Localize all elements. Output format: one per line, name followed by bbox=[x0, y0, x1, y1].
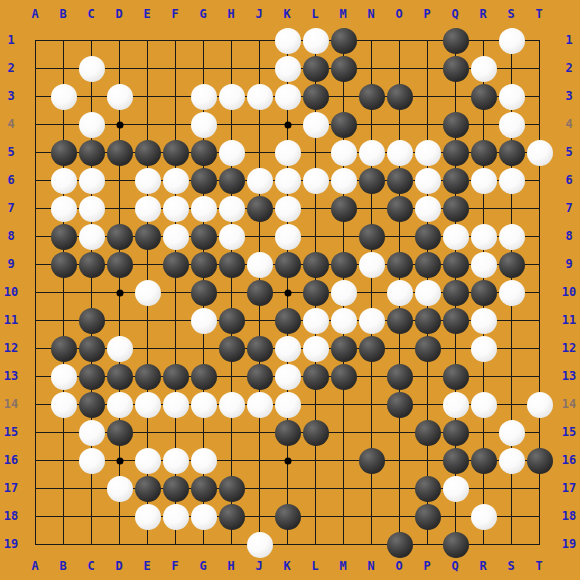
black-stone[interactable] bbox=[275, 308, 301, 334]
white-stone[interactable] bbox=[79, 112, 105, 138]
row-label-right: 8 bbox=[565, 230, 572, 242]
white-stone[interactable] bbox=[275, 140, 301, 166]
row-label-left: 17 bbox=[4, 482, 18, 494]
white-stone[interactable] bbox=[163, 448, 189, 474]
white-stone[interactable] bbox=[359, 140, 385, 166]
row-label-left: 6 bbox=[7, 174, 14, 186]
star-point bbox=[116, 289, 123, 296]
white-stone[interactable] bbox=[163, 224, 189, 250]
black-stone[interactable] bbox=[191, 168, 217, 194]
white-stone[interactable] bbox=[471, 56, 497, 82]
black-stone[interactable] bbox=[163, 140, 189, 166]
black-stone[interactable] bbox=[387, 308, 413, 334]
white-stone[interactable] bbox=[359, 252, 385, 278]
black-stone[interactable] bbox=[191, 364, 217, 390]
col-label-bottom: J bbox=[255, 560, 262, 572]
col-label-bottom: D bbox=[115, 560, 122, 572]
col-label-top: A bbox=[31, 8, 38, 20]
black-stone[interactable] bbox=[191, 140, 217, 166]
row-label-left: 10 bbox=[4, 286, 18, 298]
black-stone[interactable] bbox=[443, 168, 469, 194]
white-stone[interactable] bbox=[191, 308, 217, 334]
black-stone[interactable] bbox=[387, 252, 413, 278]
row-label-right: 11 bbox=[562, 314, 576, 326]
row-label-right: 12 bbox=[562, 342, 576, 354]
white-stone[interactable] bbox=[51, 84, 77, 110]
black-stone[interactable] bbox=[471, 448, 497, 474]
row-label-right: 1 bbox=[565, 34, 572, 46]
black-stone[interactable] bbox=[387, 392, 413, 418]
black-stone[interactable] bbox=[499, 252, 525, 278]
white-stone[interactable] bbox=[471, 504, 497, 530]
white-stone[interactable] bbox=[275, 84, 301, 110]
white-stone[interactable] bbox=[107, 336, 133, 362]
col-label-bottom: P bbox=[423, 560, 430, 572]
col-label-top: F bbox=[171, 8, 178, 20]
black-stone[interactable] bbox=[135, 224, 161, 250]
col-label-top: G bbox=[199, 8, 206, 20]
black-stone[interactable] bbox=[443, 112, 469, 138]
white-stone[interactable] bbox=[135, 196, 161, 222]
black-stone[interactable] bbox=[275, 504, 301, 530]
white-stone[interactable] bbox=[79, 196, 105, 222]
white-stone[interactable] bbox=[275, 196, 301, 222]
black-stone[interactable] bbox=[359, 336, 385, 362]
row-label-left: 4 bbox=[7, 118, 14, 130]
black-stone[interactable] bbox=[247, 364, 273, 390]
black-stone[interactable] bbox=[79, 336, 105, 362]
black-stone[interactable] bbox=[443, 252, 469, 278]
col-label-top: Q bbox=[451, 8, 458, 20]
black-stone[interactable] bbox=[107, 140, 133, 166]
white-stone[interactable] bbox=[79, 56, 105, 82]
white-stone[interactable] bbox=[275, 224, 301, 250]
row-label-right: 10 bbox=[562, 286, 576, 298]
white-stone[interactable] bbox=[51, 168, 77, 194]
white-stone[interactable] bbox=[443, 476, 469, 502]
black-stone[interactable] bbox=[359, 448, 385, 474]
white-stone[interactable] bbox=[331, 168, 357, 194]
white-stone[interactable] bbox=[247, 168, 273, 194]
col-label-bottom: B bbox=[59, 560, 66, 572]
black-stone[interactable] bbox=[443, 364, 469, 390]
black-stone[interactable] bbox=[219, 168, 245, 194]
black-stone[interactable] bbox=[415, 252, 441, 278]
white-stone[interactable] bbox=[471, 224, 497, 250]
white-stone[interactable] bbox=[499, 112, 525, 138]
star-point bbox=[116, 121, 123, 128]
row-label-left: 2 bbox=[7, 62, 14, 74]
white-stone[interactable] bbox=[499, 168, 525, 194]
black-stone[interactable] bbox=[219, 336, 245, 362]
col-label-top: L bbox=[311, 8, 318, 20]
col-label-top: R bbox=[479, 8, 486, 20]
black-stone[interactable] bbox=[107, 252, 133, 278]
star-point bbox=[116, 457, 123, 464]
white-stone[interactable] bbox=[359, 308, 385, 334]
row-label-left: 15 bbox=[4, 426, 18, 438]
col-label-bottom: M bbox=[339, 560, 346, 572]
black-stone[interactable] bbox=[471, 140, 497, 166]
black-stone[interactable] bbox=[191, 224, 217, 250]
col-label-bottom: S bbox=[507, 560, 514, 572]
row-label-right: 13 bbox=[562, 370, 576, 382]
black-stone[interactable] bbox=[471, 84, 497, 110]
black-stone[interactable] bbox=[527, 448, 553, 474]
black-stone[interactable] bbox=[443, 448, 469, 474]
black-stone[interactable] bbox=[387, 364, 413, 390]
black-stone[interactable] bbox=[79, 308, 105, 334]
black-stone[interactable] bbox=[163, 476, 189, 502]
white-stone[interactable] bbox=[163, 504, 189, 530]
white-stone[interactable] bbox=[415, 280, 441, 306]
black-stone[interactable] bbox=[331, 252, 357, 278]
star-point bbox=[284, 121, 291, 128]
black-stone[interactable] bbox=[79, 252, 105, 278]
white-stone[interactable] bbox=[51, 364, 77, 390]
white-stone[interactable] bbox=[191, 448, 217, 474]
col-label-bottom: C bbox=[87, 560, 94, 572]
col-label-top: O bbox=[395, 8, 402, 20]
black-stone[interactable] bbox=[51, 252, 77, 278]
col-label-bottom: E bbox=[143, 560, 150, 572]
black-stone[interactable] bbox=[331, 56, 357, 82]
star-point bbox=[284, 457, 291, 464]
col-label-top: K bbox=[283, 8, 290, 20]
black-stone[interactable] bbox=[359, 84, 385, 110]
col-label-top: P bbox=[423, 8, 430, 20]
black-stone[interactable] bbox=[331, 28, 357, 54]
white-stone[interactable] bbox=[79, 168, 105, 194]
col-label-bottom: H bbox=[227, 560, 234, 572]
go-board[interactable]: AABBCCDDEEFFGGHHJJKKLLMMNNOOPPQQRRSSTT11… bbox=[0, 0, 580, 580]
white-stone[interactable] bbox=[191, 392, 217, 418]
black-stone[interactable] bbox=[51, 336, 77, 362]
black-stone[interactable] bbox=[247, 280, 273, 306]
white-stone[interactable] bbox=[163, 168, 189, 194]
col-label-top: C bbox=[87, 8, 94, 20]
col-label-bottom: R bbox=[479, 560, 486, 572]
white-stone[interactable] bbox=[387, 140, 413, 166]
col-label-bottom: A bbox=[31, 560, 38, 572]
black-stone[interactable] bbox=[443, 308, 469, 334]
row-label-right: 6 bbox=[565, 174, 572, 186]
white-stone[interactable] bbox=[51, 196, 77, 222]
white-stone[interactable] bbox=[247, 392, 273, 418]
black-stone[interactable] bbox=[443, 56, 469, 82]
col-label-bottom: T bbox=[535, 560, 542, 572]
col-label-top: T bbox=[535, 8, 542, 20]
black-stone[interactable] bbox=[415, 420, 441, 446]
black-stone[interactable] bbox=[275, 420, 301, 446]
row-label-left: 13 bbox=[4, 370, 18, 382]
black-stone[interactable] bbox=[247, 196, 273, 222]
black-stone[interactable] bbox=[191, 280, 217, 306]
white-stone[interactable] bbox=[471, 336, 497, 362]
black-stone[interactable] bbox=[415, 476, 441, 502]
black-stone[interactable] bbox=[303, 56, 329, 82]
col-label-bottom: Q bbox=[451, 560, 458, 572]
black-stone[interactable] bbox=[499, 140, 525, 166]
row-label-left: 8 bbox=[7, 230, 14, 242]
row-label-right: 16 bbox=[562, 454, 576, 466]
row-label-left: 5 bbox=[7, 146, 14, 158]
white-stone[interactable] bbox=[135, 504, 161, 530]
black-stone[interactable] bbox=[415, 308, 441, 334]
col-label-top: S bbox=[507, 8, 514, 20]
white-stone[interactable] bbox=[191, 504, 217, 530]
black-stone[interactable] bbox=[51, 140, 77, 166]
white-stone[interactable] bbox=[331, 308, 357, 334]
star-point bbox=[284, 289, 291, 296]
white-stone[interactable] bbox=[331, 140, 357, 166]
black-stone[interactable] bbox=[79, 140, 105, 166]
white-stone[interactable] bbox=[331, 280, 357, 306]
row-label-left: 14 bbox=[4, 398, 18, 410]
white-stone[interactable] bbox=[499, 28, 525, 54]
white-stone[interactable] bbox=[275, 56, 301, 82]
white-stone[interactable] bbox=[135, 448, 161, 474]
black-stone[interactable] bbox=[303, 420, 329, 446]
col-label-top: J bbox=[255, 8, 262, 20]
col-label-top: N bbox=[367, 8, 374, 20]
row-label-right: 3 bbox=[565, 90, 572, 102]
black-stone[interactable] bbox=[415, 224, 441, 250]
row-label-right: 9 bbox=[565, 258, 572, 270]
row-label-left: 11 bbox=[4, 314, 18, 326]
white-stone[interactable] bbox=[219, 224, 245, 250]
black-stone[interactable] bbox=[79, 364, 105, 390]
black-stone[interactable] bbox=[415, 336, 441, 362]
white-stone[interactable] bbox=[443, 224, 469, 250]
black-stone[interactable] bbox=[219, 308, 245, 334]
black-stone[interactable] bbox=[387, 84, 413, 110]
white-stone[interactable] bbox=[499, 280, 525, 306]
white-stone[interactable] bbox=[415, 196, 441, 222]
col-label-bottom: G bbox=[199, 560, 206, 572]
col-label-top: D bbox=[115, 8, 122, 20]
row-label-left: 19 bbox=[4, 538, 18, 550]
white-stone[interactable] bbox=[499, 224, 525, 250]
black-stone[interactable] bbox=[443, 196, 469, 222]
white-stone[interactable] bbox=[51, 392, 77, 418]
black-stone[interactable] bbox=[443, 420, 469, 446]
black-stone[interactable] bbox=[443, 532, 469, 558]
white-stone[interactable] bbox=[387, 280, 413, 306]
row-label-left: 1 bbox=[7, 34, 14, 46]
white-stone[interactable] bbox=[471, 392, 497, 418]
row-label-right: 17 bbox=[562, 482, 576, 494]
white-stone[interactable] bbox=[471, 168, 497, 194]
white-stone[interactable] bbox=[499, 448, 525, 474]
white-stone[interactable] bbox=[499, 420, 525, 446]
white-stone[interactable] bbox=[79, 448, 105, 474]
white-stone[interactable] bbox=[219, 196, 245, 222]
black-stone[interactable] bbox=[331, 336, 357, 362]
col-label-bottom: N bbox=[367, 560, 374, 572]
white-stone[interactable] bbox=[471, 252, 497, 278]
black-stone[interactable] bbox=[191, 252, 217, 278]
black-stone[interactable] bbox=[219, 476, 245, 502]
black-stone[interactable] bbox=[443, 140, 469, 166]
white-stone[interactable] bbox=[219, 392, 245, 418]
white-stone[interactable] bbox=[247, 84, 273, 110]
white-stone[interactable] bbox=[191, 84, 217, 110]
white-stone[interactable] bbox=[191, 196, 217, 222]
white-stone[interactable] bbox=[275, 28, 301, 54]
white-stone[interactable] bbox=[527, 392, 553, 418]
black-stone[interactable] bbox=[247, 336, 273, 362]
black-stone[interactable] bbox=[303, 84, 329, 110]
white-stone[interactable] bbox=[443, 392, 469, 418]
col-label-top: H bbox=[227, 8, 234, 20]
white-stone[interactable] bbox=[107, 84, 133, 110]
black-stone[interactable] bbox=[387, 168, 413, 194]
black-stone[interactable] bbox=[219, 504, 245, 530]
black-stone[interactable] bbox=[387, 196, 413, 222]
black-stone[interactable] bbox=[303, 364, 329, 390]
white-stone[interactable] bbox=[135, 392, 161, 418]
row-label-left: 7 bbox=[7, 202, 14, 214]
white-stone[interactable] bbox=[219, 140, 245, 166]
black-stone[interactable] bbox=[107, 420, 133, 446]
col-label-bottom: O bbox=[395, 560, 402, 572]
col-label-bottom: F bbox=[171, 560, 178, 572]
white-stone[interactable] bbox=[247, 252, 273, 278]
white-stone[interactable] bbox=[79, 224, 105, 250]
col-label-top: B bbox=[59, 8, 66, 20]
black-stone[interactable] bbox=[135, 140, 161, 166]
black-stone[interactable] bbox=[359, 224, 385, 250]
black-stone[interactable] bbox=[275, 252, 301, 278]
black-stone[interactable] bbox=[163, 252, 189, 278]
white-stone[interactable] bbox=[275, 168, 301, 194]
black-stone[interactable] bbox=[303, 280, 329, 306]
white-stone[interactable] bbox=[107, 476, 133, 502]
white-stone[interactable] bbox=[219, 84, 245, 110]
white-stone[interactable] bbox=[303, 336, 329, 362]
row-label-right: 19 bbox=[562, 538, 576, 550]
black-stone[interactable] bbox=[135, 476, 161, 502]
col-label-top: M bbox=[339, 8, 346, 20]
black-stone[interactable] bbox=[107, 364, 133, 390]
white-stone[interactable] bbox=[275, 336, 301, 362]
black-stone[interactable] bbox=[191, 476, 217, 502]
black-stone[interactable] bbox=[163, 364, 189, 390]
black-stone[interactable] bbox=[443, 280, 469, 306]
white-stone[interactable] bbox=[247, 532, 273, 558]
black-stone[interactable] bbox=[331, 112, 357, 138]
white-stone[interactable] bbox=[499, 84, 525, 110]
white-stone[interactable] bbox=[135, 168, 161, 194]
white-stone[interactable] bbox=[135, 280, 161, 306]
row-label-left: 3 bbox=[7, 90, 14, 102]
row-label-right: 2 bbox=[565, 62, 572, 74]
row-label-right: 5 bbox=[565, 146, 572, 158]
black-stone[interactable] bbox=[387, 532, 413, 558]
white-stone[interactable] bbox=[163, 392, 189, 418]
white-stone[interactable] bbox=[79, 420, 105, 446]
row-label-left: 12 bbox=[4, 342, 18, 354]
col-label-bottom: K bbox=[283, 560, 290, 572]
white-stone[interactable] bbox=[303, 28, 329, 54]
white-stone[interactable] bbox=[527, 140, 553, 166]
black-stone[interactable] bbox=[359, 168, 385, 194]
white-stone[interactable] bbox=[275, 364, 301, 390]
row-label-right: 7 bbox=[565, 202, 572, 214]
white-stone[interactable] bbox=[471, 308, 497, 334]
row-label-left: 16 bbox=[4, 454, 18, 466]
black-stone[interactable] bbox=[135, 364, 161, 390]
white-stone[interactable] bbox=[303, 168, 329, 194]
black-stone[interactable] bbox=[51, 224, 77, 250]
white-stone[interactable] bbox=[107, 392, 133, 418]
white-stone[interactable] bbox=[415, 168, 441, 194]
white-stone[interactable] bbox=[275, 392, 301, 418]
row-label-left: 9 bbox=[7, 258, 14, 270]
black-stone[interactable] bbox=[219, 252, 245, 278]
black-stone[interactable] bbox=[415, 504, 441, 530]
white-stone[interactable] bbox=[303, 112, 329, 138]
black-stone[interactable] bbox=[443, 28, 469, 54]
black-stone[interactable] bbox=[331, 196, 357, 222]
white-stone[interactable] bbox=[415, 140, 441, 166]
row-label-right: 14 bbox=[562, 398, 576, 410]
col-label-bottom: L bbox=[311, 560, 318, 572]
white-stone[interactable] bbox=[163, 196, 189, 222]
row-label-right: 4 bbox=[565, 118, 572, 130]
black-stone[interactable] bbox=[303, 252, 329, 278]
col-label-top: E bbox=[143, 8, 150, 20]
row-label-right: 18 bbox=[562, 510, 576, 522]
black-stone[interactable] bbox=[331, 364, 357, 390]
row-label-left: 18 bbox=[4, 510, 18, 522]
black-stone[interactable] bbox=[107, 224, 133, 250]
row-label-right: 15 bbox=[562, 426, 576, 438]
black-stone[interactable] bbox=[471, 280, 497, 306]
white-stone[interactable] bbox=[191, 112, 217, 138]
white-stone[interactable] bbox=[303, 308, 329, 334]
black-stone[interactable] bbox=[79, 392, 105, 418]
